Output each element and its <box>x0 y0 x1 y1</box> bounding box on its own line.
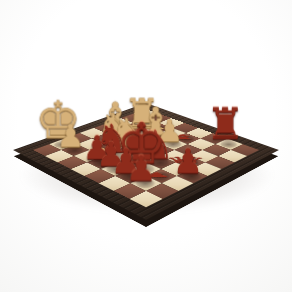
square-h1[interactable] <box>129 191 162 207</box>
piece-red-rook[interactable]: ♜ <box>196 103 255 146</box>
board-frame: ♜♟♟♝♜♝♟♝♛♛♞♞♝♞♟♟♞♚♟♚♟♟♟♟♟ <box>13 103 279 220</box>
piece-red-pawn[interactable]: ♟ <box>108 151 175 186</box>
chess-board: ♜♟♟♝♜♝♟♝♛♛♞♞♝♞♟♟♞♚♟♚♟♟♟♟♟ <box>13 103 279 220</box>
product-photo: ♜♟♟♝♜♝♟♝♛♛♞♞♝♞♟♟♞♚♟♚♟♟♟♟♟ <box>0 0 292 292</box>
